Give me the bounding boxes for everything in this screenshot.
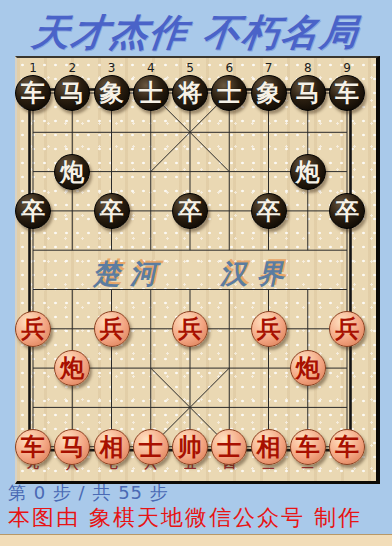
file-label-top: 9 (332, 61, 362, 75)
river-label-right: 汉界 (218, 256, 300, 292)
piece-black-f4-r0[interactable]: 士 (133, 75, 169, 111)
piece-black-f7-r3[interactable]: 卒 (251, 193, 287, 229)
piece-red-f1-r9[interactable]: 车 (15, 429, 51, 465)
piece-black-f1-r0[interactable]: 车 (15, 75, 51, 111)
file-label-top: 2 (57, 61, 87, 75)
xiangqi-board[interactable]: 楚河 汉界 123456789九八七六五四三二一 车马象士将士象马车炮炮卒卒卒卒… (15, 56, 380, 484)
piece-black-f8-r2[interactable]: 炮 (290, 154, 326, 190)
piece-red-f7-r6[interactable]: 兵 (251, 311, 287, 347)
piece-red-f8-r9[interactable]: 车 (290, 429, 326, 465)
piece-red-f8-r7[interactable]: 炮 (290, 350, 326, 386)
piece-red-f9-r9[interactable]: 车 (329, 429, 365, 465)
move-status-text: 第 0 步 / 共 55 步 (8, 481, 388, 503)
piece-black-f5-r3[interactable]: 卒 (172, 193, 208, 229)
file-label-top: 3 (97, 61, 127, 75)
piece-black-f1-r3[interactable]: 卒 (15, 193, 51, 229)
piece-black-f5-r0[interactable]: 将 (172, 75, 208, 111)
file-label-top: 1 (18, 61, 48, 75)
piece-black-f9-r3[interactable]: 卒 (329, 193, 365, 229)
piece-red-f7-r9[interactable]: 相 (251, 429, 287, 465)
page-title: 天才杰作 不朽名局 (0, 6, 392, 58)
bottom-strip (0, 534, 392, 546)
piece-black-f2-r2[interactable]: 炮 (54, 154, 90, 190)
piece-red-f4-r9[interactable]: 士 (133, 429, 169, 465)
piece-black-f3-r0[interactable]: 象 (94, 75, 130, 111)
piece-red-f5-r6[interactable]: 兵 (172, 311, 208, 347)
river-label-left: 楚河 (91, 256, 173, 292)
piece-black-f8-r0[interactable]: 马 (290, 75, 326, 111)
piece-red-f6-r9[interactable]: 士 (211, 429, 247, 465)
file-label-top: 8 (293, 61, 323, 75)
piece-black-f2-r0[interactable]: 马 (54, 75, 90, 111)
file-label-top: 7 (254, 61, 284, 75)
piece-black-f9-r0[interactable]: 车 (329, 75, 365, 111)
piece-black-f7-r0[interactable]: 象 (251, 75, 287, 111)
piece-red-f5-r9[interactable]: 帅 (172, 429, 208, 465)
piece-black-f6-r0[interactable]: 士 (211, 75, 247, 111)
credit-text: 本图由 象棋天地微信公众号 制作 (8, 503, 392, 534)
piece-red-f3-r9[interactable]: 相 (94, 429, 130, 465)
board-grid (17, 58, 376, 481)
piece-red-f2-r9[interactable]: 马 (54, 429, 90, 465)
piece-red-f9-r6[interactable]: 兵 (329, 311, 365, 347)
piece-red-f3-r6[interactable]: 兵 (94, 311, 130, 347)
piece-red-f1-r6[interactable]: 兵 (15, 311, 51, 347)
piece-black-f3-r3[interactable]: 卒 (94, 193, 130, 229)
file-label-top: 6 (214, 61, 244, 75)
file-label-top: 5 (175, 61, 205, 75)
file-label-top: 4 (136, 61, 166, 75)
